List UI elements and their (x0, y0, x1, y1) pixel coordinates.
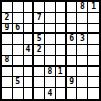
cell-r1c4[interactable] (34, 2, 45, 13)
cell-r3c7[interactable] (67, 24, 78, 35)
cell-r7c1[interactable] (2, 67, 13, 78)
cell-r8c1[interactable] (2, 77, 13, 88)
cell-r2c1-given: 2 (2, 13, 13, 24)
cell-r2c3[interactable] (24, 13, 35, 24)
cell-r9c7[interactable] (67, 88, 78, 99)
cell-r5c1[interactable] (2, 45, 13, 56)
sudoku-board: 81279656342881594 (0, 0, 101, 101)
cell-r4c3[interactable] (24, 34, 35, 45)
cell-r4c6[interactable] (56, 34, 67, 45)
cell-r5c4-given: 2 (34, 45, 45, 56)
cell-r6c5[interactable] (45, 56, 56, 67)
cell-r9c5-given: 4 (45, 88, 56, 99)
cell-r1c1[interactable] (2, 2, 13, 13)
cell-r5c8[interactable] (77, 45, 88, 56)
cell-r3c4[interactable] (34, 24, 45, 35)
cell-r3c6[interactable] (56, 24, 67, 35)
cell-r9c9[interactable] (88, 88, 99, 99)
cell-r2c6[interactable] (56, 13, 67, 24)
cell-r8c3[interactable] (24, 77, 35, 88)
cell-r1c2[interactable] (13, 2, 24, 13)
cell-r7c6-given: 1 (56, 67, 67, 78)
cell-r1c9-given: 1 (88, 2, 99, 13)
cell-r9c3[interactable] (24, 88, 35, 99)
cell-r3c5[interactable] (45, 24, 56, 35)
cell-r2c9[interactable] (88, 13, 99, 24)
cell-r9c1[interactable] (2, 88, 13, 99)
cell-r5c2[interactable] (13, 45, 24, 56)
cell-r4c1[interactable] (2, 34, 13, 45)
cell-r9c2[interactable] (13, 88, 24, 99)
cell-r6c6[interactable] (56, 56, 67, 67)
cell-r7c8[interactable] (77, 67, 88, 78)
cell-r6c4[interactable] (34, 56, 45, 67)
cell-r5c6[interactable] (56, 45, 67, 56)
cell-r8c9[interactable] (88, 77, 99, 88)
cell-r7c5-given: 8 (45, 67, 56, 78)
cell-r7c3[interactable] (24, 67, 35, 78)
cell-r9c8[interactable] (77, 88, 88, 99)
cell-r3c3[interactable] (24, 24, 35, 35)
cell-r3c2-given: 6 (13, 24, 24, 35)
cell-r4c2[interactable] (13, 34, 24, 45)
cell-r6c2[interactable] (13, 56, 24, 67)
cell-r4c4-given: 5 (34, 34, 45, 45)
cell-r8c6[interactable] (56, 77, 67, 88)
cell-r3c1-given: 9 (2, 24, 13, 35)
cell-r5c9[interactable] (88, 45, 99, 56)
cell-r7c2[interactable] (13, 67, 24, 78)
cell-r2c8[interactable] (77, 13, 88, 24)
cell-r5c5[interactable] (45, 45, 56, 56)
cell-r1c6[interactable] (56, 2, 67, 13)
cell-r3c8[interactable] (77, 24, 88, 35)
cell-r4c9[interactable] (88, 34, 99, 45)
cell-r2c5[interactable] (45, 13, 56, 24)
cell-r6c7[interactable] (67, 56, 78, 67)
cell-r8c2-given: 5 (13, 77, 24, 88)
cell-r9c4[interactable] (34, 88, 45, 99)
cell-r7c4[interactable] (34, 67, 45, 78)
cell-r1c7[interactable] (67, 2, 78, 13)
cell-r5c7[interactable] (67, 45, 78, 56)
cell-r2c7[interactable] (67, 13, 78, 24)
cell-r5c3-given: 4 (24, 45, 35, 56)
cell-r1c8-given: 8 (77, 2, 88, 13)
cell-r2c4-given: 7 (34, 13, 45, 24)
cell-r4c7-given: 6 (67, 34, 78, 45)
cell-r4c8-given: 3 (77, 34, 88, 45)
cell-r6c9[interactable] (88, 56, 99, 67)
cell-r7c9[interactable] (88, 67, 99, 78)
cell-r7c7[interactable] (67, 67, 78, 78)
cell-r1c3[interactable] (24, 2, 35, 13)
cell-r4c5[interactable] (45, 34, 56, 45)
cell-r8c7-given: 9 (67, 77, 78, 88)
cell-r3c9[interactable] (88, 24, 99, 35)
cell-r8c4[interactable] (34, 77, 45, 88)
cell-r8c8[interactable] (77, 77, 88, 88)
cell-r6c3[interactable] (24, 56, 35, 67)
cell-r6c1-given: 8 (2, 56, 13, 67)
cell-r9c6[interactable] (56, 88, 67, 99)
cell-r8c5[interactable] (45, 77, 56, 88)
cell-r2c2[interactable] (13, 13, 24, 24)
cell-r6c8[interactable] (77, 56, 88, 67)
cell-r1c5[interactable] (45, 2, 56, 13)
